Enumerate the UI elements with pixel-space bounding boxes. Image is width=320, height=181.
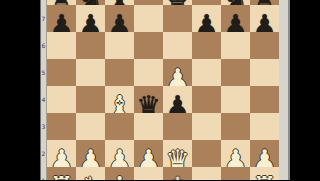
- rank-label-6: 6: [41, 42, 46, 50]
- square-e2[interactable]: ♛: [163, 140, 192, 167]
- square-g7[interactable]: ♟: [221, 5, 250, 32]
- rank-label-3: 3: [41, 123, 46, 131]
- square-e1[interactable]: ♚: [163, 167, 192, 180]
- square-h2[interactable]: ♟: [250, 140, 279, 167]
- board-right-edge-bar: [279, 0, 290, 180]
- rank-label-1: 1: [41, 177, 46, 181]
- square-b6[interactable]: [76, 32, 105, 59]
- piece-black-pawn-f7: ♟: [194, 11, 218, 31]
- rank-label-7: 7: [41, 15, 46, 23]
- piece-black-pawn-e4: ♟: [165, 92, 189, 112]
- square-h4[interactable]: [250, 86, 279, 113]
- square-e4[interactable]: ♟: [163, 86, 192, 113]
- square-b3[interactable]: [76, 113, 105, 140]
- square-f7[interactable]: ♟: [192, 5, 221, 32]
- piece-white-pawn-b2: ♟: [78, 146, 102, 166]
- square-f3[interactable]: [192, 113, 221, 140]
- square-d6[interactable]: [134, 32, 163, 59]
- piece-black-rook-a8: ♜: [49, 0, 73, 4]
- square-e7[interactable]: [163, 5, 192, 32]
- square-c7[interactable]: ♟: [105, 5, 134, 32]
- piece-white-bishop-c4: ♝: [107, 92, 131, 112]
- square-f6[interactable]: [192, 32, 221, 59]
- piece-black-queen-d4: ♛: [136, 92, 160, 112]
- square-a3[interactable]: [47, 113, 76, 140]
- square-c1[interactable]: ♝: [105, 167, 134, 180]
- square-a4[interactable]: [47, 86, 76, 113]
- square-f5[interactable]: [192, 59, 221, 86]
- square-h5[interactable]: [250, 59, 279, 86]
- square-c4[interactable]: ♝: [105, 86, 134, 113]
- chess-board: ♜♞♝♚♞♜♟♟♟♟♟♟♟♝♛♟♟♟♟♟♛♟♟♜♞♝♚♜: [47, 0, 279, 180]
- square-a1[interactable]: ♜: [47, 167, 76, 180]
- piece-white-bishop-c1: ♝: [107, 173, 131, 180]
- square-g1[interactable]: [221, 167, 250, 180]
- rank-label-2: 2: [41, 150, 46, 158]
- piece-black-rook-h8: ♜: [252, 0, 276, 4]
- square-a2[interactable]: ♟: [47, 140, 76, 167]
- square-g4[interactable]: [221, 86, 250, 113]
- piece-white-pawn-e5: ♟: [165, 65, 189, 85]
- square-b1[interactable]: ♞: [76, 167, 105, 180]
- square-d7[interactable]: [134, 5, 163, 32]
- piece-black-king-e8: ♚: [165, 0, 189, 4]
- piece-black-knight-b8: ♞: [78, 0, 102, 4]
- piece-black-pawn-c7: ♟: [107, 11, 131, 31]
- square-e5[interactable]: ♟: [163, 59, 192, 86]
- square-c6[interactable]: [105, 32, 134, 59]
- video-frame: 87654321 ♜♞♝♚♞♜♟♟♟♟♟♟♟♝♛♟♟♟♟♟♛♟♟♜♞♝♚♜: [0, 0, 320, 180]
- rank-label-4: 4: [41, 96, 46, 104]
- rank-label-5: 5: [41, 69, 46, 77]
- square-b2[interactable]: ♟: [76, 140, 105, 167]
- square-c2[interactable]: ♟: [105, 140, 134, 167]
- piece-black-pawn-b7: ♟: [78, 11, 102, 31]
- square-h7[interactable]: ♟: [250, 5, 279, 32]
- square-d5[interactable]: [134, 59, 163, 86]
- piece-white-knight-b1: ♞: [78, 173, 102, 180]
- square-b5[interactable]: [76, 59, 105, 86]
- square-a7[interactable]: ♟: [47, 5, 76, 32]
- piece-white-king-e1: ♚: [165, 173, 189, 180]
- square-c5[interactable]: [105, 59, 134, 86]
- square-d3[interactable]: [134, 113, 163, 140]
- piece-white-rook-h1: ♜: [252, 173, 276, 180]
- piece-black-knight-g8: ♞: [223, 0, 247, 4]
- square-g3[interactable]: [221, 113, 250, 140]
- piece-black-pawn-g7: ♟: [223, 11, 247, 31]
- piece-white-pawn-c2: ♟: [107, 146, 131, 166]
- piece-black-pawn-a7: ♟: [49, 11, 73, 31]
- piece-white-pawn-d2: ♟: [136, 146, 160, 166]
- square-f2[interactable]: [192, 140, 221, 167]
- square-c3[interactable]: [105, 113, 134, 140]
- piece-white-pawn-g2: ♟: [223, 146, 247, 166]
- square-g2[interactable]: ♟: [221, 140, 250, 167]
- square-g5[interactable]: [221, 59, 250, 86]
- piece-white-pawn-h2: ♟: [252, 146, 276, 166]
- square-g6[interactable]: [221, 32, 250, 59]
- piece-white-pawn-a2: ♟: [49, 146, 73, 166]
- square-a5[interactable]: [47, 59, 76, 86]
- square-f4[interactable]: [192, 86, 221, 113]
- square-d2[interactable]: ♟: [134, 140, 163, 167]
- square-d1[interactable]: [134, 167, 163, 180]
- square-h1[interactable]: ♜: [250, 167, 279, 180]
- piece-white-queen-e2: ♛: [165, 146, 189, 166]
- square-h6[interactable]: [250, 32, 279, 59]
- piece-black-bishop-c8: ♝: [107, 0, 131, 4]
- square-b7[interactable]: ♟: [76, 5, 105, 32]
- square-h3[interactable]: [250, 113, 279, 140]
- square-e3[interactable]: [163, 113, 192, 140]
- square-b4[interactable]: [76, 86, 105, 113]
- square-a6[interactable]: [47, 32, 76, 59]
- square-e6[interactable]: [163, 32, 192, 59]
- square-d4[interactable]: ♛: [134, 86, 163, 113]
- piece-black-pawn-h7: ♟: [252, 11, 276, 31]
- rank-coordinate-bar: 87654321: [40, 0, 47, 180]
- piece-white-rook-a1: ♜: [49, 173, 73, 180]
- square-f1[interactable]: [192, 167, 221, 180]
